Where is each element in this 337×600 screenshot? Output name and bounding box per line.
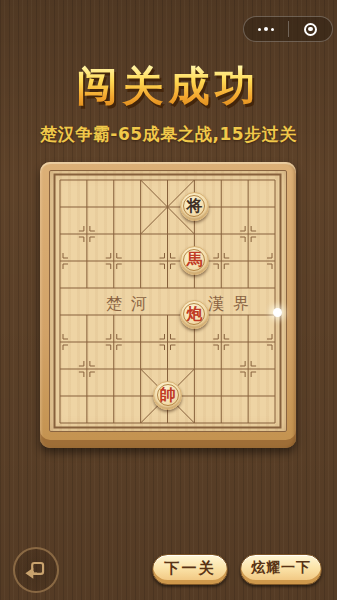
piece-black-general[interactable]: 将 [180, 192, 209, 221]
page-title: 闯关成功 [0, 64, 337, 109]
return-button[interactable] [13, 547, 59, 593]
return-arrow-icon [23, 557, 49, 583]
piece-red-general[interactable]: 帥 [153, 381, 182, 410]
piece-red-cannon[interactable]: 炮 [180, 300, 209, 329]
river-label-han: 漢界 [202, 293, 264, 315]
river-label-chu: 楚河 [100, 293, 162, 315]
xiangqi-board: 楚河 漢界 将馬炮帥 [40, 162, 296, 448]
circle-dot-icon [304, 23, 317, 36]
pointer-dot [273, 308, 282, 317]
level-clear-screen: 闯关成功 楚汉争霸-65成皋之战,15步过关 楚河 漢界 将馬炮帥 下一关 炫耀… [0, 0, 337, 600]
brag-button[interactable]: 炫耀一下 [240, 554, 322, 585]
piece-red-horse[interactable]: 馬 [180, 246, 209, 275]
three-dots-icon [258, 28, 261, 31]
next-level-button[interactable]: 下一关 [152, 554, 228, 585]
level-subtitle: 楚汉争霸-65成皋之战,15步过关 [0, 123, 337, 146]
more-menu-button[interactable] [244, 17, 288, 41]
exit-button[interactable] [289, 17, 333, 41]
miniprogram-capsule [243, 16, 333, 42]
